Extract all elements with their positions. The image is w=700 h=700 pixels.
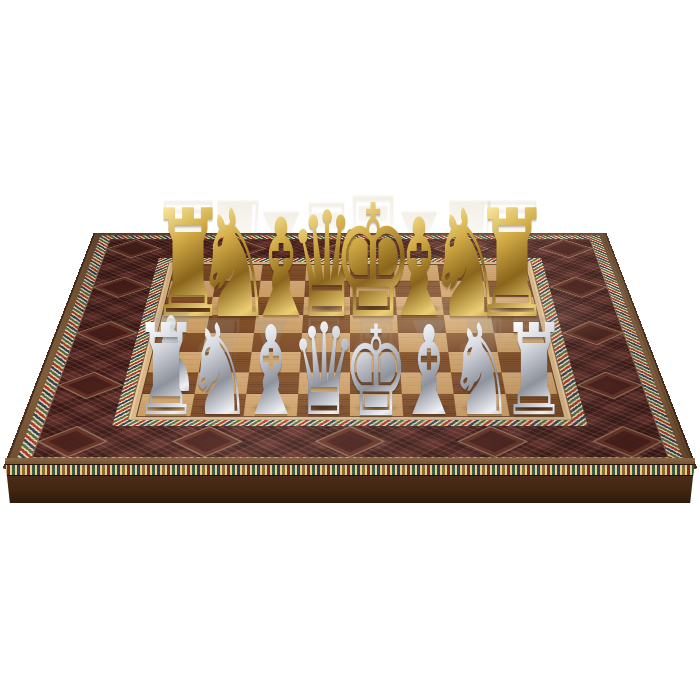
mosaic-motif [37,426,108,458]
rook-glyph: ♜ [501,321,567,422]
front-edge-pinstripe [5,465,695,475]
mosaic-motif [57,372,123,400]
mosaic-motif [576,372,642,400]
mosaic-motif [549,277,607,298]
mosaic-motif [562,321,624,345]
mosaic-motif [92,277,150,298]
board-front-edge [5,458,695,503]
mosaic-motif [76,321,138,345]
product-photo: ♜♜♞♞♝♝♛♛♚♚♝♝♞♞♜♜♟♟♜♜♞♞♝♝♛♛♚♚♝♝♞♞♜♜ [0,0,700,700]
mosaic-motif [592,426,663,458]
front-edge-side [5,472,695,503]
